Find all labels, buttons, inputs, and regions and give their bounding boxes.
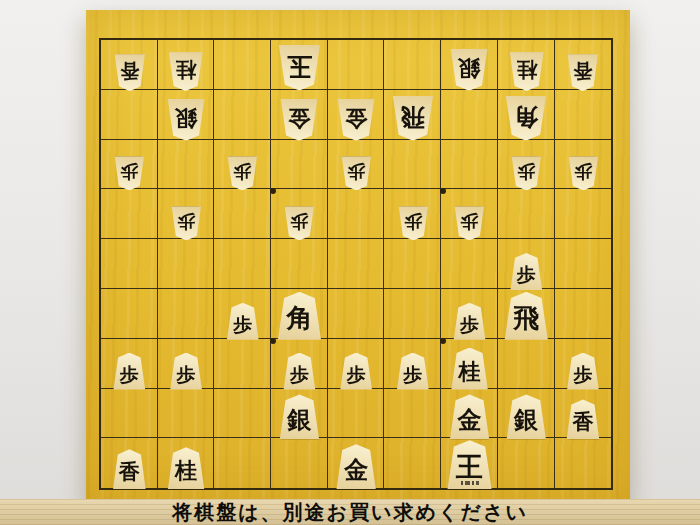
shogi-piece-pawn-gote[interactable]: 歩 xyxy=(114,156,145,190)
shogi-piece-silver-gote[interactable]: 銀 xyxy=(167,99,205,141)
shogi-piece-pawn-gote[interactable]: 歩 xyxy=(171,206,202,240)
piece-kanji: 歩 xyxy=(347,359,366,384)
shogi-piece-pawn-sente[interactable]: 歩 xyxy=(340,353,373,390)
shogi-board: 香桂玉銀桂香銀金金飛角歩歩歩歩歩歩歩歩歩歩歩角歩飛歩歩歩歩歩桂歩銀金銀香香桂金王 xyxy=(86,10,630,504)
caption-strip: 将棋盤は、別途お買い求めください xyxy=(0,499,700,525)
piece-kanji: 歩 xyxy=(233,309,252,334)
piece-kanji: 歩 xyxy=(291,212,309,234)
piece-kanji: 歩 xyxy=(517,162,535,184)
shogi-piece-pawn-sente[interactable]: 歩 xyxy=(226,303,259,340)
piece-kanji: 飛 xyxy=(513,300,539,332)
shogi-piece-knight-sente[interactable]: 桂 xyxy=(451,348,489,390)
piece-kanji: 玉 xyxy=(287,53,312,82)
piece-kanji: 歩 xyxy=(404,212,422,234)
shogi-piece-pawn-gote[interactable]: 歩 xyxy=(398,206,429,240)
piece-kanji: 歩 xyxy=(290,359,309,384)
piece-kanji: 歩 xyxy=(517,259,536,284)
piece-kanji: 歩 xyxy=(177,359,196,384)
piece-kanji: 歩 xyxy=(120,359,139,384)
piece-kanji: 歩 xyxy=(573,359,592,384)
shogi-piece-lance-gote[interactable]: 香 xyxy=(114,54,146,91)
piece-kanji: 金 xyxy=(344,452,368,482)
piece-kanji: 歩 xyxy=(403,359,422,384)
shogi-piece-knight-sente[interactable]: 桂 xyxy=(167,447,205,489)
piece-kanji: 歩 xyxy=(177,212,195,234)
shogi-piece-bishop-gote[interactable]: 角 xyxy=(505,96,547,141)
piece-kanji: 王 xyxy=(456,448,483,481)
piece-kanji: 香 xyxy=(120,60,140,84)
shogi-piece-pawn-gote[interactable]: 歩 xyxy=(511,156,542,190)
shogi-piece-pawn-gote[interactable]: 歩 xyxy=(284,206,315,240)
piece-kanji: 香 xyxy=(573,60,593,84)
piece-kanji: 香 xyxy=(572,406,593,433)
shogi-piece-gold-gote[interactable]: 金 xyxy=(337,99,375,141)
piece-kanji: 銀 xyxy=(514,402,538,432)
shogi-piece-silver-sente[interactable]: 銀 xyxy=(506,394,547,439)
shogi-piece-lance-sente[interactable]: 香 xyxy=(112,449,146,489)
piece-kanji: 飛 xyxy=(401,104,425,132)
piece-kanji: 桂 xyxy=(175,454,197,482)
shogi-piece-pawn-sente[interactable]: 歩 xyxy=(566,353,599,390)
piece-kanji: 香 xyxy=(119,456,140,483)
shogi-piece-lance-sente[interactable]: 香 xyxy=(566,399,600,439)
shogi-piece-rook-sente[interactable]: 飛 xyxy=(504,292,549,340)
shogi-piece-pawn-gote[interactable]: 歩 xyxy=(568,156,599,190)
shogi-piece-silver-sente[interactable]: 銀 xyxy=(279,394,320,439)
shogi-piece-gold-gote[interactable]: 金 xyxy=(280,99,318,141)
shogi-piece-knight-gote[interactable]: 桂 xyxy=(168,52,203,91)
piece-kanji: 歩 xyxy=(234,162,252,184)
piece-kanji: 歩 xyxy=(574,162,592,184)
piece-kanji: 金 xyxy=(458,402,482,432)
piece-kanji: 歩 xyxy=(461,212,479,234)
shogi-piece-knight-gote[interactable]: 桂 xyxy=(509,52,544,91)
shogi-piece-pawn-gote[interactable]: 歩 xyxy=(227,156,258,190)
shogi-piece-pawn-sente[interactable]: 歩 xyxy=(113,353,146,390)
shogi-piece-king-gote[interactable]: 玉 xyxy=(278,45,321,91)
shogi-piece-king-sente[interactable]: 王 xyxy=(447,440,493,489)
shogi-piece-pawn-sente[interactable]: 歩 xyxy=(170,353,203,390)
piece-kanji: 歩 xyxy=(460,309,479,334)
shogi-piece-rook-gote[interactable]: 飛 xyxy=(392,96,434,141)
piece-kanji: 金 xyxy=(345,107,367,133)
piece-kanji: 銀 xyxy=(458,57,480,83)
piece-kanji: 角 xyxy=(514,104,538,132)
piece-kanji: 桂 xyxy=(459,355,481,383)
shogi-piece-silver-gote[interactable]: 銀 xyxy=(450,49,488,91)
piece-kanji: 歩 xyxy=(121,162,139,184)
caption-text: 将棋盤は、別途お買い求めください xyxy=(172,499,528,525)
piece-kanji: 桂 xyxy=(176,59,196,83)
shogi-piece-bishop-sente[interactable]: 角 xyxy=(277,292,322,340)
shogi-piece-pawn-sente[interactable]: 歩 xyxy=(396,353,429,390)
piece-kanji: 銀 xyxy=(287,402,311,432)
shogi-piece-lance-gote[interactable]: 香 xyxy=(567,54,599,91)
piece-kanji: 桂 xyxy=(516,59,536,83)
shogi-piece-pawn-sente[interactable]: 歩 xyxy=(283,353,316,390)
piece-kanji: 角 xyxy=(286,300,312,332)
shogi-piece-pawn-gote[interactable]: 歩 xyxy=(341,156,372,190)
pieces-layer: 香桂玉銀桂香銀金金飛角歩歩歩歩歩歩歩歩歩歩歩角歩飛歩歩歩歩歩桂歩銀金銀香香桂金王 xyxy=(101,40,612,489)
piece-kanji: 金 xyxy=(288,107,310,133)
piece-kanji: 銀 xyxy=(175,107,197,133)
shogi-piece-pawn-gote[interactable]: 歩 xyxy=(454,206,485,240)
shogi-piece-gold-sente[interactable]: 金 xyxy=(449,394,490,439)
shogi-piece-pawn-sente[interactable]: 歩 xyxy=(510,253,543,290)
shogi-piece-gold-sente[interactable]: 金 xyxy=(336,444,377,489)
maker-signature-mark xyxy=(461,481,479,485)
shogi-piece-pawn-sente[interactable]: 歩 xyxy=(453,303,486,340)
piece-kanji: 歩 xyxy=(347,162,365,184)
